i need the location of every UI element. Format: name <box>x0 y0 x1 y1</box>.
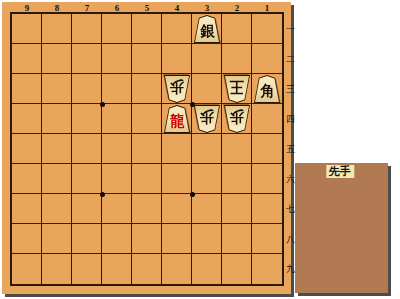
square-5-2[interactable] <box>132 44 162 74</box>
file-label-4: 4 <box>162 2 192 14</box>
square-8-6[interactable] <box>42 164 72 194</box>
square-4-7[interactable] <box>162 194 192 224</box>
square-4-5[interactable] <box>162 134 192 164</box>
square-9-8[interactable] <box>12 224 42 254</box>
sente-bishop-piece[interactable]: 角 <box>254 75 280 103</box>
square-3-3[interactable] <box>192 74 222 104</box>
square-1-4[interactable] <box>252 104 282 134</box>
file-label-2: 2 <box>222 2 252 14</box>
square-7-1[interactable] <box>72 14 102 44</box>
sente-hand-label: 先手 <box>326 165 354 178</box>
square-1-7[interactable] <box>252 194 282 224</box>
square-6-9[interactable] <box>102 254 132 284</box>
file-label-3: 3 <box>192 2 222 14</box>
square-6-4[interactable] <box>102 104 132 134</box>
square-1-8[interactable] <box>252 224 282 254</box>
square-3-6[interactable] <box>192 164 222 194</box>
square-9-5[interactable] <box>12 134 42 164</box>
square-1-9[interactable] <box>252 254 282 284</box>
square-6-6[interactable] <box>102 164 132 194</box>
square-8-3[interactable] <box>42 74 72 104</box>
rank-label-5: 五 <box>285 134 296 164</box>
square-1-1[interactable] <box>252 14 282 44</box>
square-7-3[interactable] <box>72 74 102 104</box>
square-4-8[interactable] <box>162 224 192 254</box>
sente-silver-piece[interactable]: 銀 <box>194 15 220 43</box>
square-5-4[interactable] <box>132 104 162 134</box>
gote-pawn-piece[interactable]: 歩 <box>224 105 250 133</box>
file-labels: 987654321 <box>12 2 282 14</box>
square-6-2[interactable] <box>102 44 132 74</box>
square-3-2[interactable] <box>192 44 222 74</box>
square-2-6[interactable] <box>222 164 252 194</box>
square-8-4[interactable] <box>42 104 72 134</box>
square-8-5[interactable] <box>42 134 72 164</box>
file-label-1: 1 <box>252 2 282 14</box>
piece-glyph: 龍 <box>170 110 184 132</box>
square-7-4[interactable] <box>72 104 102 134</box>
square-3-7[interactable] <box>192 194 222 224</box>
gote-pawn-piece[interactable]: 歩 <box>194 105 220 133</box>
piece-glyph: 歩 <box>230 106 244 128</box>
square-5-9[interactable] <box>132 254 162 284</box>
rank-label-1: 一 <box>285 14 296 44</box>
star-point <box>100 192 105 197</box>
square-9-7[interactable] <box>12 194 42 224</box>
gote-king-piece[interactable]: 王 <box>224 75 250 103</box>
square-4-2[interactable] <box>162 44 192 74</box>
square-5-1[interactable] <box>132 14 162 44</box>
square-2-5[interactable] <box>222 134 252 164</box>
piece-glyph: 角 <box>260 80 274 102</box>
square-9-6[interactable] <box>12 164 42 194</box>
square-8-9[interactable] <box>42 254 72 284</box>
file-label-8: 8 <box>42 2 72 14</box>
square-4-1[interactable] <box>162 14 192 44</box>
star-point <box>190 192 195 197</box>
square-3-9[interactable] <box>192 254 222 284</box>
square-5-3[interactable] <box>132 74 162 104</box>
rank-label-4: 四 <box>285 104 296 134</box>
square-6-1[interactable] <box>102 14 132 44</box>
square-1-2[interactable] <box>252 44 282 74</box>
square-2-2[interactable] <box>222 44 252 74</box>
square-8-2[interactable] <box>42 44 72 74</box>
square-8-1[interactable] <box>42 14 72 44</box>
piece-glyph: 王 <box>230 76 244 98</box>
file-label-7: 7 <box>72 2 102 14</box>
square-6-7[interactable] <box>102 194 132 224</box>
square-7-9[interactable] <box>72 254 102 284</box>
square-3-8[interactable] <box>192 224 222 254</box>
file-label-6: 6 <box>102 2 132 14</box>
square-9-9[interactable] <box>12 254 42 284</box>
square-5-5[interactable] <box>132 134 162 164</box>
square-4-6[interactable] <box>162 164 192 194</box>
square-9-2[interactable] <box>12 44 42 74</box>
square-6-5[interactable] <box>102 134 132 164</box>
board-grid[interactable] <box>12 14 282 284</box>
rank-label-2: 二 <box>285 44 296 74</box>
square-2-7[interactable] <box>222 194 252 224</box>
square-6-3[interactable] <box>102 74 132 104</box>
sente-dragon-piece[interactable]: 龍 <box>164 105 190 133</box>
square-5-7[interactable] <box>132 194 162 224</box>
square-5-6[interactable] <box>132 164 162 194</box>
star-point <box>100 102 105 107</box>
gote-pawn-piece[interactable]: 歩 <box>164 75 190 103</box>
piece-glyph: 歩 <box>170 76 184 98</box>
file-label-9: 9 <box>12 2 42 14</box>
square-5-8[interactable] <box>132 224 162 254</box>
square-3-5[interactable] <box>192 134 222 164</box>
square-9-3[interactable] <box>12 74 42 104</box>
square-2-9[interactable] <box>222 254 252 284</box>
square-1-6[interactable] <box>252 164 282 194</box>
square-9-1[interactable] <box>12 14 42 44</box>
square-7-6[interactable] <box>72 164 102 194</box>
square-2-1[interactable] <box>222 14 252 44</box>
square-8-7[interactable] <box>42 194 72 224</box>
square-4-9[interactable] <box>162 254 192 284</box>
square-7-8[interactable] <box>72 224 102 254</box>
square-8-8[interactable] <box>42 224 72 254</box>
shogi-board: 987654321 一二三四五六七八九 銀歩王角龍歩歩 <box>2 2 291 294</box>
square-7-5[interactable] <box>72 134 102 164</box>
piece-glyph: 銀 <box>200 20 214 42</box>
sente-hand-panel: 先手 <box>295 163 388 293</box>
square-6-8[interactable] <box>102 224 132 254</box>
piece-glyph: 歩 <box>200 106 214 128</box>
square-7-7[interactable] <box>72 194 102 224</box>
square-9-4[interactable] <box>12 104 42 134</box>
square-7-2[interactable] <box>72 44 102 74</box>
square-2-8[interactable] <box>222 224 252 254</box>
rank-label-3: 三 <box>285 74 296 104</box>
square-1-5[interactable] <box>252 134 282 164</box>
file-label-5: 5 <box>132 2 162 14</box>
